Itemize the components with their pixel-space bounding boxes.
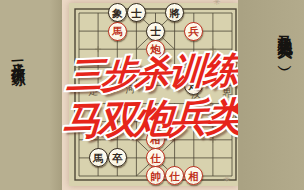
title-line-2: 马双炮兵类 [60, 97, 244, 141]
piece-black-advisor: 士 [127, 3, 146, 22]
piece-red-advisor: 仕 [165, 166, 184, 185]
piece-black-soldier: 卒 [108, 148, 127, 167]
title-line-1: 三步杀训练 [63, 52, 241, 94]
left-banner-text: 三步杀训练 [9, 49, 28, 65]
piece-red-general: 帥 [146, 166, 165, 185]
piece-black-general: 將 [165, 3, 184, 22]
piece-red-advisor: 仕 [146, 148, 165, 167]
video-thumbnail: 楚 河 汉 界 ✳ ✳ ✳ 象士將馬士兵炮炮炮相馬卒仕帥仕相 三步杀训练 马双炮… [0, 0, 304, 190]
piece-red-horse: 馬 [108, 22, 127, 41]
right-banner-text: 马双炮兵类︵1︶ [275, 24, 294, 58]
piece-black-horse: 馬 [89, 148, 108, 167]
piece-red-soldier: 兵 [184, 22, 203, 41]
piece-black-elephant: 象 [108, 3, 127, 22]
right-banner: 马双炮兵类︵1︶ [238, 0, 304, 190]
left-banner: 三步杀训练 [0, 0, 62, 190]
piece-black-advisor: 士 [146, 22, 165, 41]
piece-red-elephant: 相 [184, 166, 203, 185]
